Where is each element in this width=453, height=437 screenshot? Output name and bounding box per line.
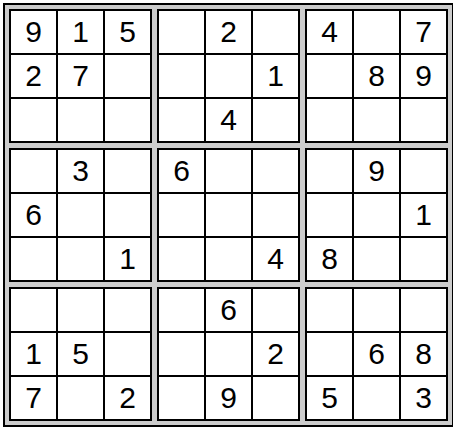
cell-r2c6[interactable]: 1	[253, 55, 298, 97]
cell-r5c6[interactable]	[253, 194, 298, 236]
cell-r9c2[interactable]	[58, 377, 103, 419]
cell-r8c1[interactable]: 1	[11, 333, 56, 375]
cell-r2c7[interactable]	[307, 55, 352, 97]
cell-r1c6[interactable]	[253, 11, 298, 53]
cell-r6c6[interactable]: 4	[253, 238, 298, 280]
cell-r1c8[interactable]	[354, 11, 399, 53]
cell-r3c3[interactable]	[105, 99, 150, 141]
cell-r7c5[interactable]: 6	[206, 289, 251, 331]
cell-r9c9[interactable]: 3	[401, 377, 446, 419]
cell-r3c7[interactable]	[307, 99, 352, 141]
cell-r8c7[interactable]	[307, 333, 352, 375]
cell-r3c2[interactable]	[58, 99, 103, 141]
cell-r7c3[interactable]	[105, 289, 150, 331]
cell-r9c1[interactable]: 7	[11, 377, 56, 419]
cell-r3c5[interactable]: 4	[206, 99, 251, 141]
cell-r4c5[interactable]	[206, 150, 251, 192]
cell-r9c8[interactable]	[354, 377, 399, 419]
sudoku-box-3: 4789	[305, 9, 448, 143]
cell-r2c8[interactable]: 8	[354, 55, 399, 97]
sudoku-box-2: 214	[157, 9, 300, 143]
cell-r3c6[interactable]	[253, 99, 298, 141]
cell-r3c1[interactable]	[11, 99, 56, 141]
cell-r9c6[interactable]	[253, 377, 298, 419]
sudoku-puzzle: 9152721447893616491815726296853	[0, 0, 453, 437]
cell-r8c2[interactable]: 5	[58, 333, 103, 375]
cell-r6c7[interactable]: 8	[307, 238, 352, 280]
cell-r6c5[interactable]	[206, 238, 251, 280]
sudoku-board: 9152721447893616491815726296853	[3, 3, 453, 427]
cell-r7c9[interactable]	[401, 289, 446, 331]
sudoku-box-9: 6853	[305, 287, 448, 421]
cell-r3c9[interactable]	[401, 99, 446, 141]
cell-r7c8[interactable]	[354, 289, 399, 331]
cell-r8c8[interactable]: 6	[354, 333, 399, 375]
cell-r4c1[interactable]	[11, 150, 56, 192]
sudoku-box-1: 91527	[9, 9, 152, 143]
cell-r7c2[interactable]	[58, 289, 103, 331]
cell-r7c7[interactable]	[307, 289, 352, 331]
cell-r9c7[interactable]: 5	[307, 377, 352, 419]
cell-r1c5[interactable]: 2	[206, 11, 251, 53]
cell-r7c6[interactable]	[253, 289, 298, 331]
cell-r9c3[interactable]: 2	[105, 377, 150, 419]
cell-r5c7[interactable]	[307, 194, 352, 236]
cell-r4c4[interactable]: 6	[159, 150, 204, 192]
cell-r1c9[interactable]: 7	[401, 11, 446, 53]
sudoku-box-8: 629	[157, 287, 300, 421]
cell-r1c3[interactable]: 5	[105, 11, 150, 53]
cell-r9c4[interactable]	[159, 377, 204, 419]
cell-r5c5[interactable]	[206, 194, 251, 236]
cell-r4c8[interactable]: 9	[354, 150, 399, 192]
cell-r3c4[interactable]	[159, 99, 204, 141]
sudoku-box-6: 918	[305, 148, 448, 282]
cell-r4c3[interactable]	[105, 150, 150, 192]
cell-r8c9[interactable]: 8	[401, 333, 446, 375]
cell-r5c2[interactable]	[58, 194, 103, 236]
cell-r5c4[interactable]	[159, 194, 204, 236]
cell-r1c4[interactable]	[159, 11, 204, 53]
cell-r9c5[interactable]: 9	[206, 377, 251, 419]
cell-r2c4[interactable]	[159, 55, 204, 97]
cell-r6c3[interactable]: 1	[105, 238, 150, 280]
cell-r4c9[interactable]	[401, 150, 446, 192]
sudoku-box-4: 361	[9, 148, 152, 282]
cell-r6c4[interactable]	[159, 238, 204, 280]
cell-r4c6[interactable]	[253, 150, 298, 192]
sudoku-box-7: 1572	[9, 287, 152, 421]
cell-r4c7[interactable]	[307, 150, 352, 192]
cell-r7c1[interactable]	[11, 289, 56, 331]
cell-r1c7[interactable]: 4	[307, 11, 352, 53]
cell-r7c4[interactable]	[159, 289, 204, 331]
cell-r6c2[interactable]	[58, 238, 103, 280]
cell-r2c1[interactable]: 2	[11, 55, 56, 97]
cell-r8c4[interactable]	[159, 333, 204, 375]
cell-r5c1[interactable]: 6	[11, 194, 56, 236]
cell-r2c2[interactable]: 7	[58, 55, 103, 97]
cell-r5c8[interactable]	[354, 194, 399, 236]
cell-r2c5[interactable]	[206, 55, 251, 97]
cell-r1c1[interactable]: 9	[11, 11, 56, 53]
cell-r4c2[interactable]: 3	[58, 150, 103, 192]
cell-r6c8[interactable]	[354, 238, 399, 280]
cell-r8c3[interactable]	[105, 333, 150, 375]
cell-r5c3[interactable]	[105, 194, 150, 236]
cell-r2c3[interactable]	[105, 55, 150, 97]
cell-r8c6[interactable]: 2	[253, 333, 298, 375]
sudoku-box-5: 64	[157, 148, 300, 282]
cell-r2c9[interactable]: 9	[401, 55, 446, 97]
cell-r1c2[interactable]: 1	[58, 11, 103, 53]
cell-r6c1[interactable]	[11, 238, 56, 280]
cell-r3c8[interactable]	[354, 99, 399, 141]
cell-r6c9[interactable]	[401, 238, 446, 280]
cell-r5c9[interactable]: 1	[401, 194, 446, 236]
cell-r8c5[interactable]	[206, 333, 251, 375]
